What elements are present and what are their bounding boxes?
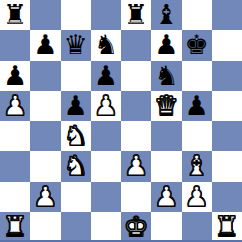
white-knight-piece[interactable]: ♞ — [64, 121, 88, 151]
square-g4[interactable] — [182, 121, 212, 151]
square-c2[interactable] — [61, 182, 91, 212]
square-b2[interactable]: ♟ — [30, 182, 60, 212]
square-h8[interactable] — [212, 0, 242, 30]
square-e1[interactable]: ♚ — [121, 212, 151, 242]
black-pawn-piece[interactable]: ♟ — [154, 30, 178, 60]
square-a2[interactable] — [0, 182, 30, 212]
square-f4[interactable] — [151, 121, 181, 151]
black-pawn-piece[interactable]: ♟ — [94, 61, 118, 91]
black-bishop-piece[interactable]: ♝ — [154, 0, 178, 30]
white-pawn-piece[interactable]: ♟ — [185, 182, 209, 212]
square-c4[interactable]: ♞ — [61, 121, 91, 151]
chess-board: ♜♜♝♟♛♞♟♚♟♟♞♟♟♟♛♟♞♞♟♝♟♟♟♜♚♜ — [0, 0, 242, 242]
square-h4[interactable] — [212, 121, 242, 151]
square-c5[interactable]: ♟ — [61, 91, 91, 121]
square-d6[interactable]: ♟ — [91, 61, 121, 91]
square-f7[interactable]: ♟ — [151, 30, 181, 60]
white-knight-piece[interactable]: ♞ — [64, 151, 88, 181]
square-e5[interactable] — [121, 91, 151, 121]
white-king-piece[interactable]: ♚ — [124, 212, 148, 242]
square-d8[interactable] — [91, 0, 121, 30]
black-king-piece[interactable]: ♚ — [185, 30, 209, 60]
square-h3[interactable] — [212, 151, 242, 181]
white-pawn-piece[interactable]: ♟ — [94, 91, 118, 121]
square-c8[interactable] — [61, 0, 91, 30]
white-pawn-piece[interactable]: ♟ — [124, 151, 148, 181]
square-f6[interactable]: ♞ — [151, 61, 181, 91]
square-f2[interactable]: ♟ — [151, 182, 181, 212]
square-f3[interactable] — [151, 151, 181, 181]
square-e6[interactable] — [121, 61, 151, 91]
square-h2[interactable] — [212, 182, 242, 212]
black-pawn-piece[interactable]: ♟ — [3, 61, 27, 91]
square-g1[interactable] — [182, 212, 212, 242]
black-queen-piece[interactable]: ♛ — [64, 30, 88, 60]
square-b4[interactable] — [30, 121, 60, 151]
square-b6[interactable] — [30, 61, 60, 91]
white-bishop-piece[interactable]: ♝ — [185, 151, 209, 181]
black-rook-piece[interactable]: ♜ — [3, 0, 27, 30]
black-rook-piece[interactable]: ♜ — [124, 0, 148, 30]
square-g5[interactable]: ♟ — [182, 91, 212, 121]
square-h6[interactable] — [212, 61, 242, 91]
square-g8[interactable] — [182, 0, 212, 30]
square-a6[interactable]: ♟ — [0, 61, 30, 91]
square-e7[interactable] — [121, 30, 151, 60]
black-knight-piece[interactable]: ♞ — [94, 30, 118, 60]
square-g2[interactable]: ♟ — [182, 182, 212, 212]
square-a8[interactable]: ♜ — [0, 0, 30, 30]
square-g6[interactable] — [182, 61, 212, 91]
square-b8[interactable] — [30, 0, 60, 30]
square-a4[interactable] — [0, 121, 30, 151]
square-e3[interactable]: ♟ — [121, 151, 151, 181]
square-b3[interactable] — [30, 151, 60, 181]
square-b1[interactable] — [30, 212, 60, 242]
square-h5[interactable] — [212, 91, 242, 121]
square-d3[interactable] — [91, 151, 121, 181]
black-pawn-piece[interactable]: ♟ — [33, 30, 57, 60]
white-pawn-piece[interactable]: ♟ — [3, 91, 27, 121]
white-pawn-piece[interactable]: ♟ — [154, 182, 178, 212]
square-e2[interactable] — [121, 182, 151, 212]
square-c1[interactable] — [61, 212, 91, 242]
square-c3[interactable]: ♞ — [61, 151, 91, 181]
square-d5[interactable]: ♟ — [91, 91, 121, 121]
square-c7[interactable]: ♛ — [61, 30, 91, 60]
square-f5[interactable]: ♛ — [151, 91, 181, 121]
square-h7[interactable] — [212, 30, 242, 60]
white-queen-piece[interactable]: ♛ — [154, 91, 178, 121]
black-pawn-piece[interactable]: ♟ — [185, 91, 209, 121]
square-a3[interactable] — [0, 151, 30, 181]
square-a7[interactable] — [0, 30, 30, 60]
square-f1[interactable] — [151, 212, 181, 242]
square-g3[interactable]: ♝ — [182, 151, 212, 181]
square-b5[interactable] — [30, 91, 60, 121]
square-a5[interactable]: ♟ — [0, 91, 30, 121]
square-d4[interactable] — [91, 121, 121, 151]
black-knight-piece[interactable]: ♞ — [154, 61, 178, 91]
black-pawn-piece[interactable]: ♟ — [64, 91, 88, 121]
square-d1[interactable] — [91, 212, 121, 242]
white-pawn-piece[interactable]: ♟ — [33, 182, 57, 212]
white-rook-piece[interactable]: ♜ — [3, 212, 27, 242]
square-d2[interactable] — [91, 182, 121, 212]
square-b7[interactable]: ♟ — [30, 30, 60, 60]
square-h1[interactable]: ♜ — [212, 212, 242, 242]
square-g7[interactable]: ♚ — [182, 30, 212, 60]
square-d7[interactable]: ♞ — [91, 30, 121, 60]
white-rook-piece[interactable]: ♜ — [215, 212, 239, 242]
square-f8[interactable]: ♝ — [151, 0, 181, 30]
square-e8[interactable]: ♜ — [121, 0, 151, 30]
square-e4[interactable] — [121, 121, 151, 151]
square-a1[interactable]: ♜ — [0, 212, 30, 242]
square-c6[interactable] — [61, 61, 91, 91]
